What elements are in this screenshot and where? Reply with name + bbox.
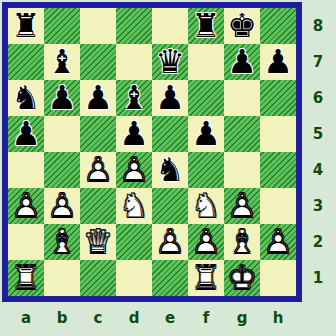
- rank-label-6: 6: [302, 80, 334, 116]
- piece-black-pawn[interactable]: ♟: [224, 44, 260, 80]
- square-d4[interactable]: ♟♙: [116, 152, 152, 188]
- rank-label-7: 7: [302, 44, 334, 80]
- square-d5[interactable]: ♟: [116, 116, 152, 152]
- piece-white-rook[interactable]: ♜♖: [188, 260, 224, 296]
- rank-label-8: 8: [302, 8, 334, 44]
- square-c3[interactable]: [80, 188, 116, 224]
- piece-black-pawn[interactable]: ♟: [44, 80, 80, 116]
- file-label-a: a: [8, 303, 44, 333]
- square-f4[interactable]: [188, 152, 224, 188]
- square-c2[interactable]: ♛♕: [80, 224, 116, 260]
- piece-black-knight[interactable]: ♞: [152, 152, 188, 188]
- square-h3[interactable]: [260, 188, 296, 224]
- square-b2[interactable]: ♝♗: [44, 224, 80, 260]
- piece-white-king[interactable]: ♚♔: [224, 260, 260, 296]
- rank-label-5: 5: [302, 116, 334, 152]
- square-e5[interactable]: [152, 116, 188, 152]
- rank-label-1: 1: [302, 260, 334, 296]
- square-a1[interactable]: ♜♖: [8, 260, 44, 296]
- square-g7[interactable]: ♟: [224, 44, 260, 80]
- black-king-icon: ♚: [224, 8, 260, 44]
- piece-white-knight[interactable]: ♞♘: [116, 188, 152, 224]
- white-pawn-outline-icon: ♙: [44, 188, 80, 224]
- piece-white-pawn[interactable]: ♟♙: [224, 188, 260, 224]
- white-rook-outline-icon: ♖: [188, 260, 224, 296]
- piece-black-pawn[interactable]: ♟: [80, 80, 116, 116]
- file-label-h: h: [260, 303, 296, 333]
- piece-black-pawn[interactable]: ♟: [116, 116, 152, 152]
- piece-white-queen[interactable]: ♛♕: [80, 224, 116, 260]
- square-g8[interactable]: ♚: [224, 8, 260, 44]
- white-pawn-outline-icon: ♙: [8, 188, 44, 224]
- black-rook-icon: ♜: [8, 8, 44, 44]
- board-frame: ♜♜♚♝♛♟♟♞♟♟♝♟♟♟♟♟♙♟♙♞♟♙♟♙♞♘♞♘♟♙♝♗♛♕♟♙♟♙♝♗…: [2, 2, 302, 302]
- square-f3[interactable]: ♞♘: [188, 188, 224, 224]
- piece-black-pawn[interactable]: ♟: [152, 80, 188, 116]
- square-g4[interactable]: [224, 152, 260, 188]
- white-bishop-outline-icon: ♗: [44, 224, 80, 260]
- piece-black-pawn[interactable]: ♟: [260, 44, 296, 80]
- black-bishop-icon: ♝: [44, 44, 80, 80]
- square-g5[interactable]: [224, 116, 260, 152]
- black-rook-icon: ♜: [188, 8, 224, 44]
- rank-labels: 87654321: [302, 8, 334, 296]
- file-label-f: f: [188, 303, 224, 333]
- black-pawn-icon: ♟: [188, 116, 224, 152]
- square-d1[interactable]: [116, 260, 152, 296]
- square-f8[interactable]: ♜: [188, 8, 224, 44]
- black-pawn-icon: ♟: [80, 80, 116, 116]
- square-b1[interactable]: [44, 260, 80, 296]
- file-label-c: c: [80, 303, 116, 333]
- square-f5[interactable]: ♟: [188, 116, 224, 152]
- square-e6[interactable]: ♟: [152, 80, 188, 116]
- square-g6[interactable]: [224, 80, 260, 116]
- square-h1[interactable]: [260, 260, 296, 296]
- rank-label-2: 2: [302, 224, 334, 260]
- piece-white-pawn[interactable]: ♟♙: [152, 224, 188, 260]
- square-d3[interactable]: ♞♘: [116, 188, 152, 224]
- square-h5[interactable]: [260, 116, 296, 152]
- piece-white-bishop[interactable]: ♝♗: [44, 224, 80, 260]
- square-b8[interactable]: [44, 8, 80, 44]
- square-b7[interactable]: ♝: [44, 44, 80, 80]
- square-e8[interactable]: [152, 8, 188, 44]
- square-c5[interactable]: [80, 116, 116, 152]
- square-e7[interactable]: ♛: [152, 44, 188, 80]
- square-c8[interactable]: [80, 8, 116, 44]
- white-king-outline-icon: ♔: [224, 260, 260, 296]
- square-d8[interactable]: [116, 8, 152, 44]
- square-a8[interactable]: ♜: [8, 8, 44, 44]
- file-label-e: e: [152, 303, 188, 333]
- file-label-d: d: [116, 303, 152, 333]
- white-pawn-outline-icon: ♙: [260, 224, 296, 260]
- piece-black-bishop[interactable]: ♝: [44, 44, 80, 80]
- square-e2[interactable]: ♟♙: [152, 224, 188, 260]
- square-d2[interactable]: [116, 224, 152, 260]
- square-c4[interactable]: ♟♙: [80, 152, 116, 188]
- square-g1[interactable]: ♚♔: [224, 260, 260, 296]
- square-h6[interactable]: [260, 80, 296, 116]
- square-h7[interactable]: ♟: [260, 44, 296, 80]
- black-pawn-icon: ♟: [44, 80, 80, 116]
- white-knight-outline-icon: ♘: [116, 188, 152, 224]
- white-bishop-outline-icon: ♗: [224, 224, 260, 260]
- black-pawn-icon: ♟: [116, 116, 152, 152]
- square-d6[interactable]: ♝: [116, 80, 152, 116]
- square-a7[interactable]: [8, 44, 44, 80]
- piece-white-pawn[interactable]: ♟♙: [260, 224, 296, 260]
- square-a4[interactable]: [8, 152, 44, 188]
- square-e4[interactable]: ♞: [152, 152, 188, 188]
- piece-white-pawn[interactable]: ♟♙: [44, 188, 80, 224]
- square-f6[interactable]: [188, 80, 224, 116]
- square-c6[interactable]: ♟: [80, 80, 116, 116]
- piece-white-pawn[interactable]: ♟♙: [80, 152, 116, 188]
- square-g3[interactable]: ♟♙: [224, 188, 260, 224]
- square-f2[interactable]: ♟♙: [188, 224, 224, 260]
- file-labels: abcdefgh: [8, 303, 296, 333]
- piece-black-knight[interactable]: ♞: [8, 80, 44, 116]
- piece-white-rook[interactable]: ♜♖: [8, 260, 44, 296]
- white-pawn-outline-icon: ♙: [188, 224, 224, 260]
- white-rook-outline-icon: ♖: [8, 260, 44, 296]
- square-g2[interactable]: ♝♗: [224, 224, 260, 260]
- piece-black-rook[interactable]: ♜: [188, 8, 224, 44]
- black-knight-icon: ♞: [8, 80, 44, 116]
- square-a3[interactable]: ♟♙: [8, 188, 44, 224]
- black-bishop-icon: ♝: [116, 80, 152, 116]
- square-d7[interactable]: [116, 44, 152, 80]
- square-e3[interactable]: [152, 188, 188, 224]
- piece-black-queen[interactable]: ♛: [152, 44, 188, 80]
- piece-black-pawn[interactable]: ♟: [8, 116, 44, 152]
- black-knight-icon: ♞: [152, 152, 188, 188]
- piece-white-pawn[interactable]: ♟♙: [188, 224, 224, 260]
- square-a5[interactable]: ♟: [8, 116, 44, 152]
- black-pawn-icon: ♟: [224, 44, 260, 80]
- square-c1[interactable]: [80, 260, 116, 296]
- white-pawn-outline-icon: ♙: [116, 152, 152, 188]
- square-b5[interactable]: [44, 116, 80, 152]
- piece-white-bishop[interactable]: ♝♗: [224, 224, 260, 260]
- white-pawn-outline-icon: ♙: [80, 152, 116, 188]
- piece-black-king[interactable]: ♚: [224, 8, 260, 44]
- square-e1[interactable]: [152, 260, 188, 296]
- square-b3[interactable]: ♟♙: [44, 188, 80, 224]
- square-h2[interactable]: ♟♙: [260, 224, 296, 260]
- square-b6[interactable]: ♟: [44, 80, 80, 116]
- rank-label-3: 3: [302, 188, 334, 224]
- square-c7[interactable]: [80, 44, 116, 80]
- black-pawn-icon: ♟: [152, 80, 188, 116]
- white-pawn-outline-icon: ♙: [152, 224, 188, 260]
- white-knight-outline-icon: ♘: [188, 188, 224, 224]
- white-queen-outline-icon: ♕: [80, 224, 116, 260]
- black-pawn-icon: ♟: [8, 116, 44, 152]
- rank-label-4: 4: [302, 152, 334, 188]
- chess-board: ♜♜♚♝♛♟♟♞♟♟♝♟♟♟♟♟♙♟♙♞♟♙♟♙♞♘♞♘♟♙♝♗♛♕♟♙♟♙♝♗…: [8, 8, 296, 296]
- square-f1[interactable]: ♜♖: [188, 260, 224, 296]
- square-b4[interactable]: [44, 152, 80, 188]
- piece-white-knight[interactable]: ♞♘: [188, 188, 224, 224]
- piece-black-pawn[interactable]: ♟: [188, 116, 224, 152]
- piece-white-pawn[interactable]: ♟♙: [116, 152, 152, 188]
- square-h4[interactable]: [260, 152, 296, 188]
- black-pawn-icon: ♟: [260, 44, 296, 80]
- file-label-b: b: [44, 303, 80, 333]
- white-pawn-outline-icon: ♙: [224, 188, 260, 224]
- square-h8[interactable]: [260, 8, 296, 44]
- piece-black-rook[interactable]: ♜: [8, 8, 44, 44]
- square-a2[interactable]: [8, 224, 44, 260]
- piece-black-bishop[interactable]: ♝: [116, 80, 152, 116]
- square-f7[interactable]: [188, 44, 224, 80]
- chess-diagram: ♜♜♚♝♛♟♟♞♟♟♝♟♟♟♟♟♙♟♙♞♟♙♟♙♞♘♞♘♟♙♝♗♛♕♟♙♟♙♝♗…: [0, 0, 336, 336]
- piece-white-pawn[interactable]: ♟♙: [8, 188, 44, 224]
- file-label-g: g: [224, 303, 260, 333]
- black-queen-icon: ♛: [152, 44, 188, 80]
- square-a6[interactable]: ♞: [8, 80, 44, 116]
